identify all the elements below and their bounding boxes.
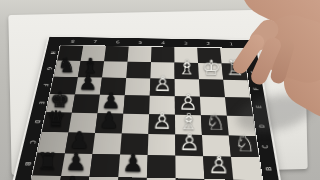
square-c2	[202, 135, 231, 157]
square-h4	[151, 47, 175, 63]
square-b6	[90, 154, 120, 177]
rank-label-3: 3	[174, 40, 197, 47]
square-f3	[175, 79, 200, 97]
square-a5	[116, 177, 147, 180]
square-g7: ♝	[78, 61, 104, 78]
file-label-e: E	[27, 99, 54, 107]
square-e7	[72, 94, 100, 113]
rank-label-4: 4	[152, 40, 175, 47]
square-g5	[126, 62, 151, 79]
square-c6	[92, 133, 121, 155]
black-pawn-b5: ♟	[116, 150, 149, 177]
square-b2: ♙	[203, 156, 233, 179]
square-b5: ♟	[118, 155, 147, 178]
square-e5	[123, 95, 149, 114]
square-c5	[120, 133, 148, 155]
rank-label-8: 8	[61, 38, 85, 45]
square-e4	[149, 96, 175, 115]
square-c8	[37, 132, 68, 154]
square-d4: ♙	[148, 114, 175, 134]
square-c7: ♟	[65, 132, 95, 154]
square-f5	[125, 78, 151, 96]
square-g6	[102, 61, 127, 78]
rank-label-5: 5	[129, 39, 152, 46]
square-b8: ♜	[33, 153, 65, 176]
square-d5	[122, 114, 149, 134]
file-label-g: G	[36, 65, 61, 72]
square-h6	[104, 46, 129, 62]
square-e6: ♟	[98, 95, 125, 114]
square-c1: ♘	[229, 136, 259, 158]
square-a7: ♟	[57, 176, 90, 180]
photo-scene: 87654321 87654321 ABCDEFGH ABCDEFGH ♞♝♗♔…	[0, 0, 320, 180]
square-f4: ♙	[150, 78, 175, 96]
square-d3: ♗	[175, 115, 202, 135]
square-b4	[147, 155, 176, 178]
square-h5	[127, 46, 151, 62]
square-c4	[148, 134, 176, 156]
square-b1	[231, 157, 262, 180]
square-c3: ♙	[175, 135, 203, 157]
square-b7: ♟	[61, 153, 92, 176]
square-h3	[174, 47, 198, 63]
square-a6	[87, 177, 119, 180]
rank-label-6: 6	[106, 39, 129, 46]
square-d8: ♛	[42, 112, 72, 132]
black-pawn-b7: ♟	[59, 149, 92, 176]
square-g4	[150, 62, 174, 79]
square-f7: ♟	[75, 77, 102, 95]
square-d7	[68, 113, 97, 133]
square-e3: ♙	[175, 96, 201, 115]
square-b3	[175, 156, 204, 179]
hand	[200, 0, 320, 124]
black-rook-b8: ♜	[31, 149, 64, 176]
rank-label-7: 7	[83, 38, 106, 45]
square-a8	[27, 175, 61, 180]
white-knight-c1: ♘	[229, 131, 262, 157]
square-h7	[81, 46, 106, 62]
square-f6	[100, 78, 126, 96]
square-g3: ♗	[174, 63, 198, 80]
file-label-h: H	[40, 49, 64, 56]
square-a2	[204, 179, 235, 180]
square-d6: ♟	[95, 113, 123, 133]
file-label-f: F	[32, 81, 58, 89]
